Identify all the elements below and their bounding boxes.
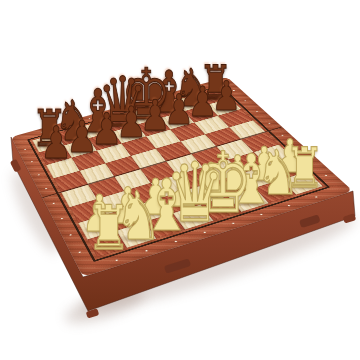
inlay-dot bbox=[88, 118, 90, 119]
inlay-dot bbox=[256, 111, 259, 112]
inlay-dot bbox=[180, 93, 182, 94]
inlay-dot bbox=[115, 259, 118, 261]
product-photo-scene: ♜♞♟♝♟♚♟♛♟♝♟♞♟♜♟♟♟♟♜♟♞♟♝♟♚♟♛♟♝♟♞♜ bbox=[0, 0, 360, 360]
inlay-dot bbox=[37, 174, 39, 176]
inlay-dot bbox=[45, 188, 48, 190]
inlay-dot bbox=[233, 90, 236, 91]
inlay-dot bbox=[295, 147, 298, 149]
inlay-dot bbox=[69, 234, 72, 236]
inlay-dot bbox=[135, 105, 137, 106]
inlay-dot bbox=[309, 160, 312, 162]
inlay-dot bbox=[315, 196, 318, 198]
inlay-dot bbox=[324, 174, 327, 176]
inlay-dot bbox=[78, 251, 81, 253]
inlay-dot bbox=[244, 100, 247, 101]
inlay-dot bbox=[281, 134, 284, 135]
inlay-dot bbox=[145, 250, 148, 252]
inlay-dot bbox=[203, 231, 206, 233]
inlay-dot bbox=[202, 86, 204, 87]
inlay-dot bbox=[287, 205, 290, 207]
inlay-dot bbox=[174, 240, 177, 242]
inlay-dot bbox=[260, 213, 263, 215]
inlay-dot bbox=[41, 131, 43, 132]
inlay-dot bbox=[52, 202, 55, 204]
inlay-dot bbox=[31, 161, 33, 163]
inlay-dot bbox=[157, 99, 159, 100]
inlay-dot bbox=[61, 218, 64, 220]
inlay-dot bbox=[24, 149, 26, 150]
inlay-dot bbox=[232, 222, 235, 224]
inlay-dot bbox=[65, 125, 67, 126]
inlay-dot bbox=[268, 122, 271, 123]
inlay-dot bbox=[112, 112, 114, 113]
